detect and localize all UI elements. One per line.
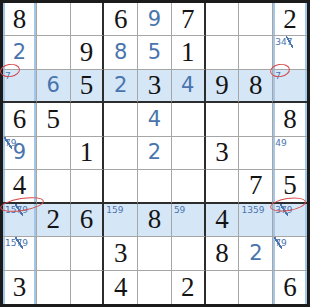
cell-r2c7[interactable] [206,36,240,69]
cell-r9c5[interactable] [138,271,172,304]
cell-r3c2[interactable]: 6 [37,70,71,103]
given-digit-r4c1: 6 [13,106,27,133]
cell-r3c3[interactable]: 5 [71,70,105,103]
cell-r6c4[interactable] [104,170,138,203]
cell-r2c8[interactable] [239,36,273,69]
cell-r9c7[interactable] [206,271,240,304]
cell-r7c8[interactable]: 1359 [239,204,273,237]
cell-r1c7[interactable] [206,3,240,36]
cell-r8c5[interactable] [138,237,172,270]
cell-r7c5[interactable]: 8 [138,204,172,237]
given-digit-r9c9: 6 [283,274,297,301]
cell-r5c4[interactable] [104,137,138,170]
cell-r6c8[interactable]: 7 [239,170,273,203]
cell-r6c9[interactable]: 5 [273,170,307,203]
cell-r6c7[interactable] [206,170,240,203]
given-digit-r4c9: 8 [283,106,297,133]
cell-r3c7[interactable]: 9 [206,70,240,103]
cell-r7c7[interactable]: 4 [206,204,240,237]
cell-r3c8[interactable]: 8 [239,70,273,103]
user-digit-r3c4: 2 [114,75,127,96]
cell-r8c1[interactable]: 1579 [3,237,37,270]
given-digit-r6c8: 7 [249,172,263,199]
given-digit-r3c7: 9 [215,72,229,99]
cell-r8c8[interactable]: 2 [239,237,273,270]
cell-r1c5[interactable]: 9 [138,3,172,36]
given-digit-r1c4: 6 [114,6,128,33]
cell-r2c3[interactable]: 9 [71,36,105,69]
cell-r4c5[interactable]: 4 [138,103,172,136]
cell-r7c1[interactable]: 1579 [3,204,37,237]
cell-r4c7[interactable] [206,103,240,136]
user-digit-r8c8: 2 [249,243,262,264]
given-digit-r2c6: 1 [181,39,195,66]
pencil-marks-r7c4: 159 [106,205,123,215]
cell-r6c3[interactable] [71,170,105,203]
cell-r9c1[interactable]: 3 [3,271,37,304]
cell-r5c3[interactable]: 1 [71,137,105,170]
cell-r7c3[interactable]: 6 [71,204,105,237]
given-digit-r5c7: 3 [215,139,229,166]
given-digit-r3c3: 5 [80,72,94,99]
user-digit-r5c5: 2 [148,142,161,163]
cell-r2c2[interactable] [37,36,71,69]
user-digit-r3c6: 4 [181,75,194,96]
cell-r8c2[interactable] [37,237,71,270]
cell-r8c3[interactable] [71,237,105,270]
cell-r5c6[interactable] [172,137,206,170]
cell-r9c4[interactable]: 4 [104,271,138,304]
pencil-marks-r3c9: 7 [275,71,281,81]
cell-r3c1[interactable]: 7 [3,70,37,103]
pencil-marks-r7c9: 379 [275,205,292,215]
cell-r5c9[interactable]: 49 [273,137,307,170]
given-digit-r4c2: 5 [46,106,60,133]
user-digit-r1c5: 9 [148,9,161,30]
cell-r3c5[interactable]: 3 [138,70,172,103]
cell-r6c6[interactable] [172,170,206,203]
given-digit-r8c4: 3 [114,240,128,267]
cell-r9c9[interactable]: 6 [273,271,307,304]
cell-r3c4[interactable]: 2 [104,70,138,103]
pencil-marks-r5c9: 49 [275,138,286,148]
pencil-marks-r5c1: 79 [5,138,16,148]
given-digit-r7c2: 2 [46,206,60,233]
given-digit-r3c8: 8 [249,72,263,99]
pencil-marks-r3c1: 7 [5,71,11,81]
cell-r4c1[interactable]: 6 [3,103,37,136]
given-digit-r7c3: 6 [80,206,94,233]
user-digit-r4c5: 4 [148,109,161,130]
cell-r9c2[interactable] [37,271,71,304]
given-digit-r8c7: 8 [215,240,229,267]
cell-r4c6[interactable] [172,103,206,136]
user-digit-r2c1: 2 [13,42,26,63]
user-digit-r2c5: 5 [148,42,161,63]
pencil-marks-r8c1: 1579 [5,238,28,248]
cell-r7c6[interactable]: 59 [172,204,206,237]
pencil-marks-r7c6: 59 [174,205,185,215]
given-digit-r9c6: 2 [181,274,195,301]
cell-r1c8[interactable] [239,3,273,36]
cell-r4c4[interactable] [104,103,138,136]
cell-r2c5[interactable]: 5 [138,36,172,69]
pencil-marks-r8c9: 79 [275,238,286,248]
cell-r3c9[interactable]: 7 [273,70,307,103]
user-digit-r3c2: 6 [46,75,59,96]
cell-r5c1[interactable]: 979 [3,137,37,170]
given-digit-r9c4: 4 [114,274,128,301]
given-digit-r1c6: 7 [181,6,195,33]
given-digit-r6c1: 4 [13,172,27,199]
pencil-marks-r7c8: 1359 [241,205,264,215]
pencil-marks-r7c1: 1579 [5,205,28,215]
cell-r1c1[interactable]: 8 [3,3,37,36]
given-digit-r9c1: 3 [13,274,27,301]
cell-r2c6[interactable]: 1 [172,36,206,69]
sudoku-board: 8697229851347765234987654897912349475157… [0,0,310,307]
cell-r4c8[interactable] [239,103,273,136]
cell-r4c9[interactable]: 8 [273,103,307,136]
cell-r5c5[interactable]: 2 [138,137,172,170]
cell-r7c2[interactable]: 2 [37,204,71,237]
cell-r1c6[interactable]: 7 [172,3,206,36]
cell-r6c1[interactable]: 4 [3,170,37,203]
given-digit-r1c9: 2 [283,6,297,33]
given-digit-r2c3: 9 [80,39,94,66]
cell-r3c6[interactable]: 4 [172,70,206,103]
cell-r9c3[interactable] [71,271,105,304]
cell-r5c8[interactable] [239,137,273,170]
given-digit-r3c5: 3 [148,72,162,99]
cell-r6c2[interactable] [37,170,71,203]
cell-r1c2[interactable] [37,3,71,36]
given-digit-r7c5: 8 [148,206,162,233]
cell-r8c9[interactable]: 79 [273,237,307,270]
cell-r8c7[interactable]: 8 [206,237,240,270]
cell-r4c3[interactable] [71,103,105,136]
cell-r4c2[interactable]: 5 [37,103,71,136]
cell-r7c4[interactable]: 159 [104,204,138,237]
cell-r7c9[interactable]: 379 [273,204,307,237]
given-digit-r7c7: 4 [215,206,229,233]
cell-r9c8[interactable] [239,271,273,304]
cell-r2c4[interactable]: 8 [104,36,138,69]
cell-r2c1[interactable]: 2 [3,36,37,69]
cell-r1c9[interactable]: 2 [273,3,307,36]
cell-r6c5[interactable] [138,170,172,203]
cell-r1c3[interactable] [71,3,105,36]
cell-r8c4[interactable]: 3 [104,237,138,270]
cell-r8c6[interactable] [172,237,206,270]
cell-r5c7[interactable]: 3 [206,137,240,170]
pencil-marks-r2c9: 347 [275,37,292,47]
user-digit-r2c4: 8 [114,42,127,63]
given-digit-r1c1: 8 [13,6,27,33]
sudoku-app: 8697229851347765234987654897912349475157… [0,0,310,307]
cell-r2c9[interactable]: 347 [273,36,307,69]
cell-r1c4[interactable]: 6 [104,3,138,36]
cell-r9c6[interactable]: 2 [172,271,206,304]
cell-r5c2[interactable] [37,137,71,170]
given-digit-r5c3: 1 [80,139,94,166]
given-digit-r6c9: 5 [283,172,297,199]
